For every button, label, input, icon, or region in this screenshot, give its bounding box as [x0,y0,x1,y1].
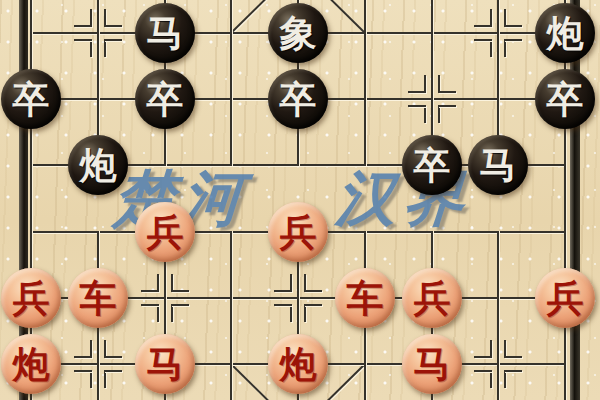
piece-glyph: 炮 [13,345,50,383]
black-elephant-piece[interactable]: 象 [268,3,328,63]
grid-line [364,0,366,166]
piece-glyph: 卒 [147,80,184,118]
black-cannon-piece[interactable]: 炮 [68,135,128,195]
piece-glyph: 象 [280,14,317,52]
black-soldier-piece[interactable]: 卒 [135,69,195,129]
piece-glyph: 卒 [13,80,50,118]
black-cannon-piece[interactable]: 炮 [535,3,595,63]
red-soldier-piece[interactable]: 兵 [135,202,195,262]
piece-glyph: 马 [414,345,451,383]
point-marker [438,105,440,123]
point-marker [90,39,92,57]
point-marker [74,25,92,27]
point-marker [504,356,522,358]
point-marker [504,25,522,27]
point-marker [490,370,492,388]
point-marker [104,370,122,372]
point-marker [474,25,492,27]
point-marker [90,370,92,388]
grid-line [230,0,232,166]
piece-glyph: 兵 [280,213,317,251]
point-marker [141,290,159,292]
black-soldier-piece[interactable]: 卒 [535,69,595,129]
xiangqi-board: 楚河 汉界 马象炮卒卒卒卒炮卒马兵兵兵车车兵兵炮马炮马 [0,0,600,400]
piece-glyph: 车 [80,279,117,317]
point-marker [74,39,92,41]
grid-line [497,231,499,400]
red-horse-piece[interactable]: 马 [135,334,195,394]
point-marker [304,304,306,322]
point-marker [504,39,506,57]
piece-glyph: 兵 [414,279,451,317]
point-marker [104,39,106,57]
piece-glyph: 兵 [547,279,584,317]
black-horse-piece[interactable]: 马 [468,135,528,195]
black-horse-piece[interactable]: 马 [135,3,195,63]
piece-glyph: 炮 [547,14,584,52]
red-cannon-piece[interactable]: 炮 [268,334,328,394]
point-marker [171,304,173,322]
black-soldier-piece[interactable]: 卒 [402,135,462,195]
red-cannon-piece[interactable]: 炮 [1,334,61,394]
point-marker [274,290,292,292]
piece-glyph: 兵 [147,213,184,251]
black-soldier-piece[interactable]: 卒 [1,69,61,129]
red-soldier-piece[interactable]: 兵 [535,268,595,328]
point-marker [438,91,456,93]
piece-glyph: 卒 [547,80,584,118]
red-soldier-piece[interactable]: 兵 [268,202,328,262]
point-marker [504,39,522,41]
red-chariot-piece[interactable]: 车 [68,268,128,328]
point-marker [104,370,106,388]
point-marker [171,290,189,292]
piece-glyph: 卒 [414,146,451,184]
point-marker [408,105,426,107]
point-marker [157,304,159,322]
point-marker [474,39,492,41]
red-soldier-piece[interactable]: 兵 [1,268,61,328]
piece-glyph: 马 [147,345,184,383]
grid-line [230,231,232,400]
point-marker [474,370,492,372]
red-soldier-piece[interactable]: 兵 [402,268,462,328]
point-marker [408,91,426,93]
red-horse-piece[interactable]: 马 [402,334,462,394]
piece-glyph: 马 [480,146,517,184]
point-marker [104,356,122,358]
point-marker [104,39,122,41]
point-marker [504,370,506,388]
point-marker [74,370,92,372]
piece-glyph: 卒 [280,80,317,118]
black-soldier-piece[interactable]: 卒 [268,69,328,129]
point-marker [438,105,456,107]
point-marker [171,304,189,306]
point-marker [474,356,492,358]
piece-glyph: 炮 [280,345,317,383]
piece-glyph: 炮 [80,146,117,184]
point-marker [274,304,292,306]
point-marker [141,304,159,306]
piece-glyph: 兵 [13,279,50,317]
point-marker [504,370,522,372]
point-marker [104,25,122,27]
point-marker [290,304,292,322]
piece-glyph: 马 [147,14,184,52]
point-marker [74,356,92,358]
point-marker [304,290,322,292]
point-marker [304,304,322,306]
point-marker [490,39,492,57]
point-marker [424,105,426,123]
red-chariot-piece[interactable]: 车 [335,268,395,328]
piece-glyph: 车 [347,279,384,317]
